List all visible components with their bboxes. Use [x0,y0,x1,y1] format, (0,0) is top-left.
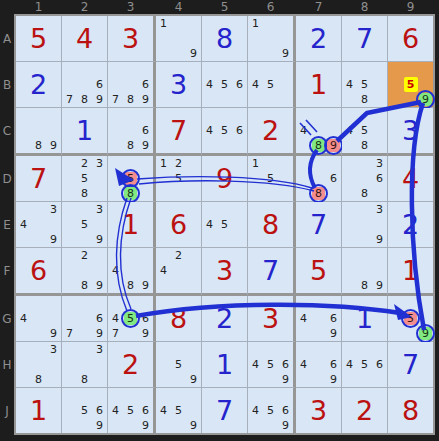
A1-given-digit: 5 [16,16,61,61]
B5-slot-6: 6 [232,77,247,92]
B6-slot-4: 4 [248,77,263,92]
cell-J4[interactable]: 459 [156,388,202,433]
cell-C6[interactable]: 2 [248,108,296,156]
cell-F7[interactable]: 5 [296,248,342,296]
D4-slot-6 [186,171,201,186]
cell-A3[interactable]: 3 [108,16,156,62]
H2-slot-2 [77,342,92,357]
cell-C5[interactable]: 456 [202,108,248,156]
J9-given-digit: 8 [388,388,433,433]
C8-candidate-8: 8 [358,139,371,152]
D2-slot-4 [62,171,77,186]
cell-H9[interactable]: 7 [388,342,433,388]
C5-candidate-6: 6 [233,124,246,137]
G9-candidate-5-pink: 5 [404,312,417,325]
cell-A1[interactable]: 5 [16,16,62,62]
cell-J8[interactable]: 2 [342,388,388,433]
E1-candidate-9: 9 [47,233,60,246]
D4-candidate-2: 2 [172,157,185,170]
G7-slot-8 [311,326,326,341]
cell-H4[interactable]: 59 [156,342,202,388]
H7-candidate-4: 4 [297,358,310,371]
B2-slot-4 [62,77,77,92]
J6-candidate-9: 9 [279,419,292,432]
cell-A5[interactable]: 8 [202,16,248,62]
B6-candidate-5: 5 [264,78,277,91]
G7-slot-7 [296,326,311,341]
D6-slot-9 [278,186,293,201]
cell-C4[interactable]: 7 [156,108,202,156]
cell-F1[interactable]: 6 [16,248,62,296]
F4-slot-5 [171,263,186,278]
cell-A2[interactable]: 4 [62,16,108,62]
cell-A9[interactable]: 6 [388,16,433,62]
C5-slot-3 [232,108,247,123]
G1-candidates: 49 [16,296,61,341]
C4-given-digit: 7 [156,108,201,153]
cell-E9[interactable]: 2 [388,202,433,248]
A4-slot-2 [171,16,186,31]
F8-slot-5 [357,263,372,278]
B2-candidates: 6789 [62,62,107,107]
D2-slot-5: 5 [77,171,92,186]
cell-D6[interactable]: 15 [248,156,296,202]
B8-candidates: 458 [342,62,387,107]
H1-slot-5 [31,357,46,372]
cell-D4[interactable]: 125 [156,156,202,202]
G7-slot-1 [296,296,311,311]
H2-slot-9 [92,372,107,387]
C1-candidates: 89 [16,108,61,153]
E8-slot-3: 3 [372,202,387,217]
J6-slot-1 [248,388,263,403]
H7-candidate-6: 6 [327,358,340,371]
cell-E5[interactable]: 45 [202,202,248,248]
col-label-3: 3 [108,0,153,14]
cell-H8[interactable]: 456 [342,342,388,388]
D6-slot-1: 1 [248,156,263,171]
H2-candidate-3: 3 [93,343,106,356]
cell-G7[interactable]: 469 [296,296,342,342]
J2-slot-6: 6 [92,403,107,418]
D7-slot-2 [311,156,326,171]
H4-slot-4 [156,357,171,372]
cell-D5[interactable]: 9 [202,156,248,202]
J4-candidate-9: 9 [187,419,200,432]
A5-solved-digit: 8 [202,16,247,61]
C2-solved-digit: 1 [62,108,107,153]
D4-slot-8 [171,186,186,201]
C6-given-digit: 2 [248,108,293,153]
B3-slot-6: 6 [138,77,153,92]
H8-candidate-6: 6 [373,358,386,371]
cell-G5[interactable]: 2 [202,296,248,342]
E5-slot-3 [232,202,247,217]
cell-G4[interactable]: 8 [156,296,202,342]
cell-D1[interactable]: 7 [16,156,62,202]
J4-slot-2 [171,388,186,403]
cell-B3[interactable]: 6789 [108,62,156,108]
J3-slot-2 [123,388,138,403]
C8-slot-3 [372,108,387,123]
E6-given-digit: 8 [248,202,293,247]
cell-J5[interactable]: 7 [202,388,248,433]
E2-slot-9: 9 [92,232,107,247]
cell-B4[interactable]: 3 [156,62,202,108]
G2-slot-5 [77,311,92,326]
D2-candidate-8: 8 [78,187,91,200]
cell-A6[interactable]: 19 [248,16,296,62]
B4-solved-digit: 3 [156,62,201,107]
F3-slot-5 [123,263,138,278]
J2-slot-4 [62,403,77,418]
H2-slot-8: 8 [77,372,92,387]
D5-given-digit: 9 [202,156,247,201]
G9-slot-1 [388,296,403,311]
G1-slot-8 [31,326,46,341]
cell-B9[interactable]: 59 [388,62,433,108]
B2-slot-6: 6 [92,77,107,92]
C3-slot-5 [123,123,138,138]
cell-E7[interactable]: 7 [296,202,342,248]
G2-slot-1 [62,296,77,311]
J1-given-digit: 1 [16,388,61,433]
D8-candidates: 368 [342,156,387,201]
cell-C3[interactable]: 689 [108,108,156,156]
H7-slot-7 [296,372,311,387]
J3-candidate-4: 4 [109,404,122,417]
J4-candidates: 459 [156,388,201,433]
D7-slot-6: 6 [326,171,341,186]
cell-C8[interactable]: 458 [342,108,388,156]
C7-slot-3 [326,108,341,123]
J2-candidate-6: 6 [93,404,106,417]
D2-slot-6 [92,171,107,186]
D8-slot-6: 6 [372,171,387,186]
row-label-C: C [0,108,14,153]
H2-candidate-8: 8 [78,373,91,386]
cell-J6[interactable]: 4569 [248,388,296,433]
F3-slot-2 [123,248,138,263]
C3-candidate-8: 8 [124,139,137,152]
cell-G9[interactable]: 59 [388,296,433,342]
B9-slot-3 [418,62,433,77]
cell-C2[interactable]: 1 [62,108,108,156]
C8-slot-2 [357,108,372,123]
B2-slot-5 [77,77,92,92]
E2-slot-3: 3 [92,202,107,217]
D6-candidate-5: 5 [264,172,277,185]
B5-slot-7 [202,92,217,107]
J4-slot-4: 4 [156,403,171,418]
C1-slot-6 [46,123,61,138]
cell-E1[interactable]: 349 [16,202,62,248]
F1-given-digit: 6 [16,248,61,293]
cell-A7[interactable]: 2 [296,16,342,62]
H4-candidate-9: 9 [187,373,200,386]
C7-candidate-9-pink: 9 [327,139,340,152]
D8-slot-3: 3 [372,156,387,171]
E8-slot-2 [357,202,372,217]
J3-slot-3 [138,388,153,403]
C3-slot-8: 8 [123,138,138,153]
H1-candidate-3: 3 [47,343,60,356]
B8-candidate-5: 5 [358,78,371,91]
A6-slot-5 [263,31,278,46]
cell-G6[interactable]: 3 [248,296,296,342]
cell-J7[interactable]: 3 [296,388,342,433]
G6-given-digit: 3 [248,296,293,341]
H6-slot-7 [248,372,263,387]
C7-slot-9: 9 [326,138,341,153]
B2-candidate-8: 8 [78,93,91,106]
cell-D3[interactable]: 58 [108,156,156,202]
D8-slot-9 [372,186,387,201]
cell-A4[interactable]: 19 [156,16,202,62]
H2-slot-4 [62,357,77,372]
cell-F5[interactable]: 3 [202,248,248,296]
F2-slot-2: 2 [77,248,92,263]
F8-slot-6 [372,263,387,278]
C5-candidates: 456 [202,108,247,153]
cell-E6[interactable]: 8 [248,202,296,248]
cell-H1[interactable]: 38 [16,342,62,388]
H1-slot-6 [46,357,61,372]
C8-candidates: 458 [342,108,387,153]
D6-slot-8 [263,186,278,201]
row-label-G: G [0,296,14,341]
C3-slot-1 [108,108,123,123]
cell-F6[interactable]: 7 [248,248,296,296]
cell-D8[interactable]: 368 [342,156,388,202]
J6-slot-2 [263,388,278,403]
J4-slot-6 [186,403,201,418]
H8-slot-8 [357,372,372,387]
G7-slot-5 [311,311,326,326]
H6-slot-8 [263,372,278,387]
A6-slot-1: 1 [248,16,263,31]
J2-candidate-5: 5 [78,404,91,417]
C3-candidate-9: 9 [139,139,152,152]
cell-C7[interactable]: 489 [296,108,342,156]
cell-H6[interactable]: 4569 [248,342,296,388]
G1-candidate-4: 4 [17,312,30,325]
cell-H3[interactable]: 2 [108,342,156,388]
G1-slot-1 [16,296,31,311]
B2-slot-2 [77,62,92,77]
F2-slot-6 [92,263,107,278]
cell-H7[interactable]: 469 [296,342,342,388]
B2-slot-3 [92,62,107,77]
H5-solved-digit: 1 [202,342,247,387]
B5-slot-1 [202,62,217,77]
cell-F4[interactable]: 24 [156,248,202,296]
C5-slot-8 [217,138,232,153]
cell-B5[interactable]: 456 [202,62,248,108]
H4-slot-2 [171,342,186,357]
D2-slot-3: 3 [92,156,107,171]
J6-slot-5: 5 [263,403,278,418]
J3-slot-6: 6 [138,403,153,418]
J6-slot-6: 6 [278,403,293,418]
H2-slot-7 [62,372,77,387]
H8-slot-9 [372,372,387,387]
F4-slot-6 [186,263,201,278]
cell-C1[interactable]: 89 [16,108,62,156]
B7-given-digit: 1 [296,62,341,107]
G7-candidate-4: 4 [297,312,310,325]
B2-slot-7: 7 [62,92,77,107]
G7-candidate-6: 6 [327,312,340,325]
D4-slot-9 [186,186,201,201]
G2-candidate-7: 7 [63,327,76,340]
cell-B1[interactable]: 2 [16,62,62,108]
H7-slot-8 [311,372,326,387]
J3-candidate-6: 6 [139,404,152,417]
A4-slot-6 [186,31,201,46]
E8-slot-9: 9 [372,232,387,247]
J3-slot-4: 4 [108,403,123,418]
F2-slot-3 [92,248,107,263]
E7-solved-digit: 7 [296,202,341,247]
E2-slot-7 [62,232,77,247]
cell-A8[interactable]: 7 [342,16,388,62]
E1-slot-7 [16,232,31,247]
D7-slot-9 [326,186,341,201]
D6-slot-2 [263,156,278,171]
D4-slot-4 [156,171,171,186]
E5-slot-7 [202,232,217,247]
C8-slot-6 [372,123,387,138]
cell-G8[interactable]: 1 [342,296,388,342]
B9-slot-1 [388,62,403,77]
A4-candidate-1: 1 [157,17,170,30]
B3-slot-4 [108,77,123,92]
cell-F8[interactable]: 89 [342,248,388,296]
B6-candidate-4: 4 [249,78,262,91]
cell-E8[interactable]: 39 [342,202,388,248]
cell-J2[interactable]: 569 [62,388,108,433]
J5-solved-digit: 7 [202,388,247,433]
H7-slot-6: 6 [326,357,341,372]
D2-candidate-5: 5 [78,172,91,185]
F8-candidate-9: 9 [373,279,386,292]
H2-slot-1 [62,342,77,357]
cell-B8[interactable]: 458 [342,62,388,108]
H4-slot-6 [186,357,201,372]
cell-F3[interactable]: 489 [108,248,156,296]
G3-candidate-5-green: 5 [124,312,137,325]
G3-candidate-7: 7 [109,327,122,340]
cell-F2[interactable]: 289 [62,248,108,296]
B3-candidate-6: 6 [139,78,152,91]
cell-B7[interactable]: 1 [296,62,342,108]
cell-J1[interactable]: 1 [16,388,62,433]
D2-slot-2: 2 [77,156,92,171]
J2-candidates: 569 [62,388,107,433]
cell-E3[interactable]: 1 [108,202,156,248]
cell-E4[interactable]: 6 [156,202,202,248]
A3-given-digit: 3 [108,16,153,61]
cell-E2[interactable]: 359 [62,202,108,248]
G1-slot-2 [31,296,46,311]
J3-candidates: 4569 [108,388,153,433]
cell-B6[interactable]: 45 [248,62,296,108]
D4-slot-2: 2 [171,156,186,171]
J4-slot-7 [156,418,171,433]
D3-slot-9 [138,186,153,201]
H2-slot-6 [92,357,107,372]
G2-candidate-6: 6 [93,312,106,325]
cell-G3[interactable]: 45679 [108,296,156,342]
J2-slot-5: 5 [77,403,92,418]
B3-slot-7: 7 [108,92,123,107]
F8-slot-4 [342,263,357,278]
A7-solved-digit: 2 [296,16,341,61]
cell-D2[interactable]: 2358 [62,156,108,202]
D2-slot-1 [62,156,77,171]
H4-slot-1 [156,342,171,357]
G9-slot-7 [388,326,403,341]
E1-candidate-3: 3 [47,203,60,216]
B2-candidate-6: 6 [93,78,106,91]
B9-slot-4 [388,77,403,92]
E5-candidate-5: 5 [218,218,231,231]
cell-J9[interactable]: 8 [388,388,433,433]
H6-slot-3 [278,342,293,357]
G1-slot-5 [31,311,46,326]
H1-slot-4 [16,357,31,372]
A4-slot-4 [156,31,171,46]
B3-slot-9: 9 [138,92,153,107]
cell-G1[interactable]: 49 [16,296,62,342]
cell-B2[interactable]: 6789 [62,62,108,108]
D2-slot-8: 8 [77,186,92,201]
cell-C9[interactable]: 3 [388,108,433,156]
J3-candidate-9: 9 [139,419,152,432]
E4-given-digit: 6 [156,202,201,247]
cell-F9[interactable]: 1 [388,248,433,296]
J2-slot-3 [92,388,107,403]
A4-slot-5 [171,31,186,46]
cell-J3[interactable]: 4569 [108,388,156,433]
cell-D7[interactable]: 68 [296,156,342,202]
D6-candidate-1: 1 [249,157,262,170]
A4-slot-3 [186,16,201,31]
cell-H5[interactable]: 1 [202,342,248,388]
cell-H2[interactable]: 38 [62,342,108,388]
D2-candidates: 2358 [62,156,107,201]
D6-slot-6 [278,171,293,186]
H7-slot-4: 4 [296,357,311,372]
D4-candidate-1: 1 [157,157,170,170]
H1-slot-2 [31,342,46,357]
C7-candidate-4: 4 [297,124,310,137]
F2-candidate-2: 2 [78,249,91,262]
H7-slot-1 [296,342,311,357]
H6-candidate-6: 6 [279,358,292,371]
C3-candidate-6: 6 [139,124,152,137]
D4-slot-5: 5 [171,171,186,186]
B3-candidates: 6789 [108,62,153,107]
C3-candidates: 689 [108,108,153,153]
cell-D9[interactable]: 4 [388,156,433,202]
D3-candidates: 58 [108,156,153,201]
F4-slot-4: 4 [156,263,171,278]
cell-G2[interactable]: 679 [62,296,108,342]
D8-slot-7 [342,186,357,201]
B6-slot-6 [278,77,293,92]
